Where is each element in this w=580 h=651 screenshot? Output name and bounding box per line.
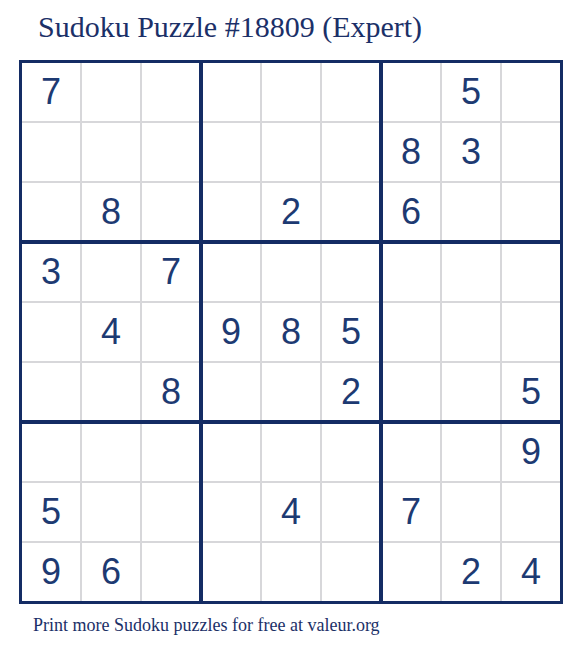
cell-r8c4 xyxy=(202,483,260,541)
box-divider-vertical-1 xyxy=(199,62,203,602)
cell-r1c6 xyxy=(322,63,380,121)
cell-r5c9 xyxy=(502,303,560,361)
cell-r3c9 xyxy=(502,183,560,241)
cell-r4c7 xyxy=(382,243,440,301)
cell-r8c7: 7 xyxy=(382,483,440,541)
cell-r9c6 xyxy=(322,543,380,601)
cell-r8c6 xyxy=(322,483,380,541)
footer-note: Print more Sudoku puzzles for free at va… xyxy=(33,615,380,636)
cell-r5c3 xyxy=(142,303,200,361)
cell-r3c3 xyxy=(142,183,200,241)
cell-r2c5 xyxy=(262,123,320,181)
cell-r8c1: 5 xyxy=(22,483,80,541)
cell-r9c1: 9 xyxy=(22,543,80,601)
cell-r9c9: 4 xyxy=(502,543,560,601)
cell-r1c7 xyxy=(382,63,440,121)
cell-r6c7 xyxy=(382,363,440,421)
cell-r3c6 xyxy=(322,183,380,241)
cell-r4c6 xyxy=(322,243,380,301)
cell-r6c4 xyxy=(202,363,260,421)
cell-r7c4 xyxy=(202,423,260,481)
cell-r6c1 xyxy=(22,363,80,421)
cell-r6c5 xyxy=(262,363,320,421)
cell-r7c2 xyxy=(82,423,140,481)
cell-r8c3 xyxy=(142,483,200,541)
cell-r1c2 xyxy=(82,63,140,121)
cell-r7c3 xyxy=(142,423,200,481)
cell-r3c7: 6 xyxy=(382,183,440,241)
cell-r5c6: 5 xyxy=(322,303,380,361)
cell-r5c8 xyxy=(442,303,500,361)
cell-r6c8 xyxy=(442,363,500,421)
cell-r2c9 xyxy=(502,123,560,181)
cell-r7c8 xyxy=(442,423,500,481)
cell-r7c6 xyxy=(322,423,380,481)
cell-r8c5: 4 xyxy=(262,483,320,541)
cell-r2c4 xyxy=(202,123,260,181)
box-divider-vertical-2 xyxy=(379,62,383,602)
page-title: Sudoku Puzzle #18809 (Expert) xyxy=(38,10,422,44)
cell-r8c2 xyxy=(82,483,140,541)
cell-r2c2 xyxy=(82,123,140,181)
cell-r1c3 xyxy=(142,63,200,121)
cell-r7c9: 9 xyxy=(502,423,560,481)
cell-r5c2: 4 xyxy=(82,303,140,361)
cell-r4c2 xyxy=(82,243,140,301)
cell-r4c9 xyxy=(502,243,560,301)
cell-r8c8 xyxy=(442,483,500,541)
box-divider-horizontal-1 xyxy=(21,240,561,244)
cell-r6c9: 5 xyxy=(502,363,560,421)
cell-r9c4 xyxy=(202,543,260,601)
cell-r2c8: 3 xyxy=(442,123,500,181)
cell-r3c2: 8 xyxy=(82,183,140,241)
cell-r4c3: 7 xyxy=(142,243,200,301)
cell-r1c1: 7 xyxy=(22,63,80,121)
cell-r8c9 xyxy=(502,483,560,541)
cell-r4c4 xyxy=(202,243,260,301)
cell-r3c5: 2 xyxy=(262,183,320,241)
cell-r1c8: 5 xyxy=(442,63,500,121)
cell-r3c8 xyxy=(442,183,500,241)
cell-r4c8 xyxy=(442,243,500,301)
cell-r2c1 xyxy=(22,123,80,181)
cell-r1c5 xyxy=(262,63,320,121)
cell-r6c2 xyxy=(82,363,140,421)
cell-r6c6: 2 xyxy=(322,363,380,421)
cell-r9c8: 2 xyxy=(442,543,500,601)
cell-r4c5 xyxy=(262,243,320,301)
cell-r7c7 xyxy=(382,423,440,481)
cell-r7c1 xyxy=(22,423,80,481)
cell-r9c5 xyxy=(262,543,320,601)
cell-r1c9 xyxy=(502,63,560,121)
cell-r2c6 xyxy=(322,123,380,181)
cell-r9c3 xyxy=(142,543,200,601)
cell-r9c7 xyxy=(382,543,440,601)
cell-r5c1 xyxy=(22,303,80,361)
cell-r1c4 xyxy=(202,63,260,121)
cell-r3c1 xyxy=(22,183,80,241)
cell-r5c4: 9 xyxy=(202,303,260,361)
cell-r4c1: 3 xyxy=(22,243,80,301)
box-divider-horizontal-2 xyxy=(21,420,561,424)
cell-r5c7 xyxy=(382,303,440,361)
cell-r7c5 xyxy=(262,423,320,481)
cell-r2c3 xyxy=(142,123,200,181)
cell-r5c5: 8 xyxy=(262,303,320,361)
cell-r9c2: 6 xyxy=(82,543,140,601)
cell-r6c3: 8 xyxy=(142,363,200,421)
sudoku-board: 758382637498582595479624 xyxy=(19,60,563,604)
cell-r2c7: 8 xyxy=(382,123,440,181)
cell-r3c4 xyxy=(202,183,260,241)
